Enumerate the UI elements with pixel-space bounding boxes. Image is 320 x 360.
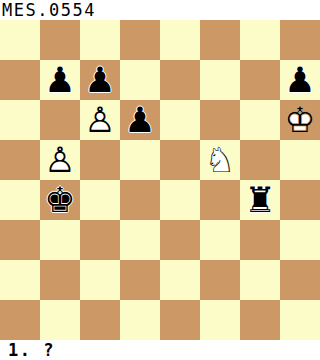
square-b5[interactable]: ♟♙: [40, 140, 80, 180]
white-knight-outline: ♘: [204, 140, 235, 180]
white-king-outline: ♔: [284, 100, 315, 140]
white-pawn-outline: ♙: [84, 100, 115, 140]
square-h8[interactable]: [280, 20, 320, 60]
square-c6[interactable]: ♟♙: [80, 100, 120, 140]
square-a5[interactable]: [0, 140, 40, 180]
square-e3[interactable]: [160, 220, 200, 260]
puzzle-title: MES.0554: [0, 0, 320, 20]
square-f8[interactable]: [200, 20, 240, 60]
square-a3[interactable]: [0, 220, 40, 260]
square-f7[interactable]: [200, 60, 240, 100]
white-pawn-outline: ♙: [44, 140, 75, 180]
square-c1[interactable]: [80, 300, 120, 340]
square-f4[interactable]: [200, 180, 240, 220]
piece-black-pawn[interactable]: ♟: [44, 63, 75, 98]
square-b4[interactable]: ♚: [40, 180, 80, 220]
square-h3[interactable]: [280, 220, 320, 260]
square-a2[interactable]: [0, 260, 40, 300]
square-c4[interactable]: [80, 180, 120, 220]
square-g6[interactable]: [240, 100, 280, 140]
square-b7[interactable]: ♟: [40, 60, 80, 100]
square-g2[interactable]: [240, 260, 280, 300]
square-b8[interactable]: [40, 20, 80, 60]
square-h4[interactable]: [280, 180, 320, 220]
chess-diagram-window: MES.0554 ♟♟♟♟♙♟♚♔♟♙♞♘♚♜ 1. ?: [0, 0, 320, 360]
square-b6[interactable]: [40, 100, 80, 140]
square-f3[interactable]: [200, 220, 240, 260]
piece-white-pawn[interactable]: ♟♙: [84, 103, 115, 138]
piece-black-rook[interactable]: ♜: [244, 183, 275, 218]
square-c2[interactable]: [80, 260, 120, 300]
square-e4[interactable]: [160, 180, 200, 220]
square-b2[interactable]: [40, 260, 80, 300]
piece-black-pawn[interactable]: ♟: [124, 103, 155, 138]
chess-board: ♟♟♟♟♙♟♚♔♟♙♞♘♚♜: [0, 20, 320, 340]
square-d7[interactable]: [120, 60, 160, 100]
square-e2[interactable]: [160, 260, 200, 300]
square-h5[interactable]: [280, 140, 320, 180]
square-g3[interactable]: [240, 220, 280, 260]
piece-black-pawn[interactable]: ♟: [84, 63, 115, 98]
square-f5[interactable]: ♞♘: [200, 140, 240, 180]
square-h7[interactable]: ♟: [280, 60, 320, 100]
square-f6[interactable]: [200, 100, 240, 140]
square-h6[interactable]: ♚♔: [280, 100, 320, 140]
square-a4[interactable]: [0, 180, 40, 220]
piece-white-knight[interactable]: ♞♘: [204, 143, 235, 178]
square-f2[interactable]: [200, 260, 240, 300]
square-g4[interactable]: ♜: [240, 180, 280, 220]
square-c8[interactable]: [80, 20, 120, 60]
square-c7[interactable]: ♟: [80, 60, 120, 100]
piece-white-king[interactable]: ♚♔: [284, 103, 315, 138]
square-e1[interactable]: [160, 300, 200, 340]
square-e5[interactable]: [160, 140, 200, 180]
square-c5[interactable]: [80, 140, 120, 180]
move-prompt: 1. ?: [0, 340, 320, 360]
piece-black-king[interactable]: ♚: [44, 183, 75, 218]
square-c3[interactable]: [80, 220, 120, 260]
square-a6[interactable]: [0, 100, 40, 140]
square-a1[interactable]: [0, 300, 40, 340]
square-b3[interactable]: [40, 220, 80, 260]
piece-white-pawn[interactable]: ♟♙: [44, 143, 75, 178]
square-g5[interactable]: [240, 140, 280, 180]
square-d1[interactable]: [120, 300, 160, 340]
square-e7[interactable]: [160, 60, 200, 100]
square-d2[interactable]: [120, 260, 160, 300]
square-d6[interactable]: ♟: [120, 100, 160, 140]
square-f1[interactable]: [200, 300, 240, 340]
square-e8[interactable]: [160, 20, 200, 60]
square-a8[interactable]: [0, 20, 40, 60]
square-a7[interactable]: [0, 60, 40, 100]
square-g1[interactable]: [240, 300, 280, 340]
piece-black-pawn[interactable]: ♟: [284, 63, 315, 98]
square-d5[interactable]: [120, 140, 160, 180]
square-b1[interactable]: [40, 300, 80, 340]
square-d8[interactable]: [120, 20, 160, 60]
square-h1[interactable]: [280, 300, 320, 340]
square-e6[interactable]: [160, 100, 200, 140]
square-h2[interactable]: [280, 260, 320, 300]
square-g8[interactable]: [240, 20, 280, 60]
square-d3[interactable]: [120, 220, 160, 260]
square-d4[interactable]: [120, 180, 160, 220]
square-g7[interactable]: [240, 60, 280, 100]
